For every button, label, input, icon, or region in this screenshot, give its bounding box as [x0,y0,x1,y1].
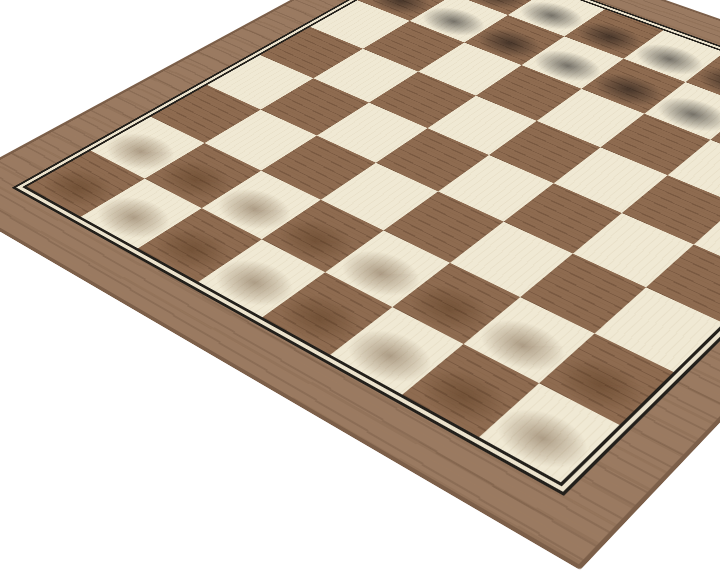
chess-set-photo: ♜︎♞︎♝︎♛︎♚︎♝︎♞︎♜︎♟︎♟︎♟︎♟︎♟︎♟︎♟︎♟︎♟︎♟︎♟︎♟︎… [0,0,720,576]
white-rook[interactable]: ♜︎ [449,245,633,450]
photo-scene: ♜︎♞︎♝︎♛︎♚︎♝︎♞︎♜︎♟︎♟︎♟︎♟︎♟︎♟︎♟︎♟︎♟︎♟︎♟︎♟︎… [0,0,720,576]
chess-board: ♜︎♞︎♝︎♛︎♚︎♝︎♞︎♜︎♟︎♟︎♟︎♟︎♟︎♟︎♟︎♟︎♟︎♟︎♟︎♟︎… [0,0,720,570]
